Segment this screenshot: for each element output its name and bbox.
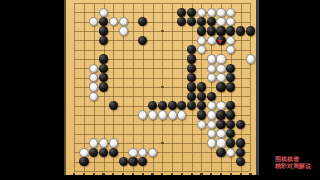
white-stone — [216, 101, 225, 110]
watermark-line1: 围棋棋谱 — [275, 155, 314, 162]
coordinate-tick — [171, 173, 173, 176]
white-stone — [207, 73, 216, 82]
white-stone — [207, 120, 216, 129]
black-stone — [226, 73, 235, 82]
coordinate-tick — [210, 173, 212, 176]
black-stone — [207, 26, 216, 35]
letterbox-bottom — [0, 175, 320, 180]
black-stone — [99, 26, 108, 35]
white-stone — [89, 138, 98, 147]
white-stone — [207, 54, 216, 63]
black-stone — [148, 101, 157, 110]
white-stone — [99, 138, 108, 147]
white-stone — [138, 110, 147, 119]
black-stone — [197, 101, 206, 110]
white-stone — [207, 64, 216, 73]
black-stone — [226, 138, 235, 147]
white-stone — [207, 129, 216, 138]
white-stone — [197, 36, 206, 45]
black-stone — [187, 73, 196, 82]
black-stone — [197, 82, 206, 91]
black-stone — [236, 157, 245, 166]
black-stone — [197, 110, 206, 119]
black-stone — [197, 92, 206, 101]
coordinate-tick — [132, 173, 134, 176]
coordinate-tick — [112, 173, 114, 176]
white-stone — [128, 148, 137, 157]
white-stone — [158, 110, 167, 119]
black-stone — [216, 120, 225, 129]
coordinate-tick — [240, 173, 242, 176]
white-stone — [207, 36, 216, 45]
coordinate-tick — [93, 173, 95, 176]
white-stone — [226, 148, 235, 157]
black-stone — [226, 110, 235, 119]
black-stone — [119, 157, 128, 166]
white-stone — [109, 17, 118, 26]
coordinate-tick — [200, 173, 202, 176]
black-stone — [99, 36, 108, 45]
black-stone — [216, 82, 225, 91]
black-stone — [187, 45, 196, 54]
black-stone — [207, 17, 216, 26]
white-stone — [79, 148, 88, 157]
white-stone — [226, 8, 235, 17]
black-stone — [207, 92, 216, 101]
black-stone — [177, 101, 186, 110]
grid-line — [74, 96, 250, 97]
white-stone — [216, 54, 225, 63]
black-stone — [99, 82, 108, 91]
white-stone — [216, 129, 225, 138]
white-stone — [226, 36, 235, 45]
black-stone — [236, 120, 245, 129]
black-stone — [226, 26, 235, 35]
white-stone — [148, 148, 157, 157]
black-stone — [99, 64, 108, 73]
black-stone — [187, 92, 196, 101]
black-stone — [226, 64, 235, 73]
white-stone — [207, 138, 216, 147]
coordinate-tick — [181, 173, 183, 176]
white-stone — [148, 110, 157, 119]
black-stone — [236, 26, 245, 35]
black-stone — [216, 26, 225, 35]
white-stone — [216, 64, 225, 73]
black-stone — [138, 36, 147, 45]
black-stone — [226, 120, 235, 129]
black-stone — [138, 17, 147, 26]
white-stone — [216, 73, 225, 82]
coordinate-tick — [83, 173, 85, 176]
black-stone — [197, 26, 206, 35]
video-frame: 围棋棋谱 精彩对局解说 — [0, 0, 320, 180]
black-stone — [99, 17, 108, 26]
grid-line — [74, 162, 250, 163]
black-stone — [236, 148, 245, 157]
black-stone — [246, 26, 255, 35]
black-stone — [138, 157, 147, 166]
black-stone — [216, 148, 225, 157]
white-stone — [197, 8, 206, 17]
black-stone — [158, 101, 167, 110]
black-stone — [226, 129, 235, 138]
black-stone — [168, 101, 177, 110]
black-stone — [177, 17, 186, 26]
black-stone — [79, 157, 88, 166]
grid-line — [182, 3, 183, 171]
white-stone — [246, 54, 255, 63]
grid-line — [172, 3, 173, 171]
last-move-marker — [218, 40, 222, 44]
black-stone — [187, 64, 196, 73]
black-stone — [226, 101, 235, 110]
letterbox-left — [0, 0, 64, 180]
black-stone — [99, 148, 108, 157]
black-stone — [216, 110, 225, 119]
white-stone — [207, 110, 216, 119]
white-stone — [216, 17, 225, 26]
go-board[interactable] — [64, 0, 259, 175]
white-stone — [89, 92, 98, 101]
watermark-line2: 精彩对局解说 — [275, 162, 314, 169]
white-stone — [197, 45, 206, 54]
black-stone — [226, 82, 235, 91]
star-point — [161, 30, 164, 33]
coordinate-tick — [102, 173, 104, 176]
black-stone — [177, 8, 186, 17]
black-stone — [187, 82, 196, 91]
coordinate-tick — [230, 173, 232, 176]
white-stone — [207, 8, 216, 17]
white-stone — [89, 64, 98, 73]
star-point — [161, 142, 164, 145]
black-stone — [187, 17, 196, 26]
coordinate-tick — [191, 173, 193, 176]
coordinate-tick — [73, 173, 75, 176]
white-stone — [216, 138, 225, 147]
white-stone — [226, 17, 235, 26]
white-stone — [177, 110, 186, 119]
white-stone — [99, 8, 108, 17]
black-stone — [128, 157, 137, 166]
black-stone — [109, 101, 118, 110]
coordinate-tick — [249, 173, 251, 176]
black-stone — [109, 148, 118, 157]
white-stone — [168, 110, 177, 119]
watermark: 围棋棋谱 精彩对局解说 — [275, 155, 314, 170]
coordinate-tick — [142, 173, 144, 176]
black-stone — [89, 148, 98, 157]
letterbox-right — [259, 0, 320, 180]
white-stone — [89, 82, 98, 91]
white-stone — [207, 101, 216, 110]
black-stone — [99, 73, 108, 82]
white-stone — [89, 17, 98, 26]
coordinate-tick — [122, 173, 124, 176]
coordinate-tick — [161, 173, 163, 176]
coordinate-tick — [151, 173, 153, 176]
white-stone — [119, 26, 128, 35]
white-stone — [197, 120, 206, 129]
white-stone — [216, 8, 225, 17]
black-stone — [236, 138, 245, 147]
black-stone — [187, 8, 196, 17]
white-stone — [226, 45, 235, 54]
coordinate-tick — [220, 173, 222, 176]
star-point — [161, 86, 164, 89]
black-stone — [187, 101, 196, 110]
black-stone — [197, 17, 206, 26]
black-stone — [187, 54, 196, 63]
black-stone — [99, 54, 108, 63]
white-stone — [138, 148, 147, 157]
white-stone — [89, 73, 98, 82]
white-stone — [119, 17, 128, 26]
white-stone — [109, 138, 118, 147]
